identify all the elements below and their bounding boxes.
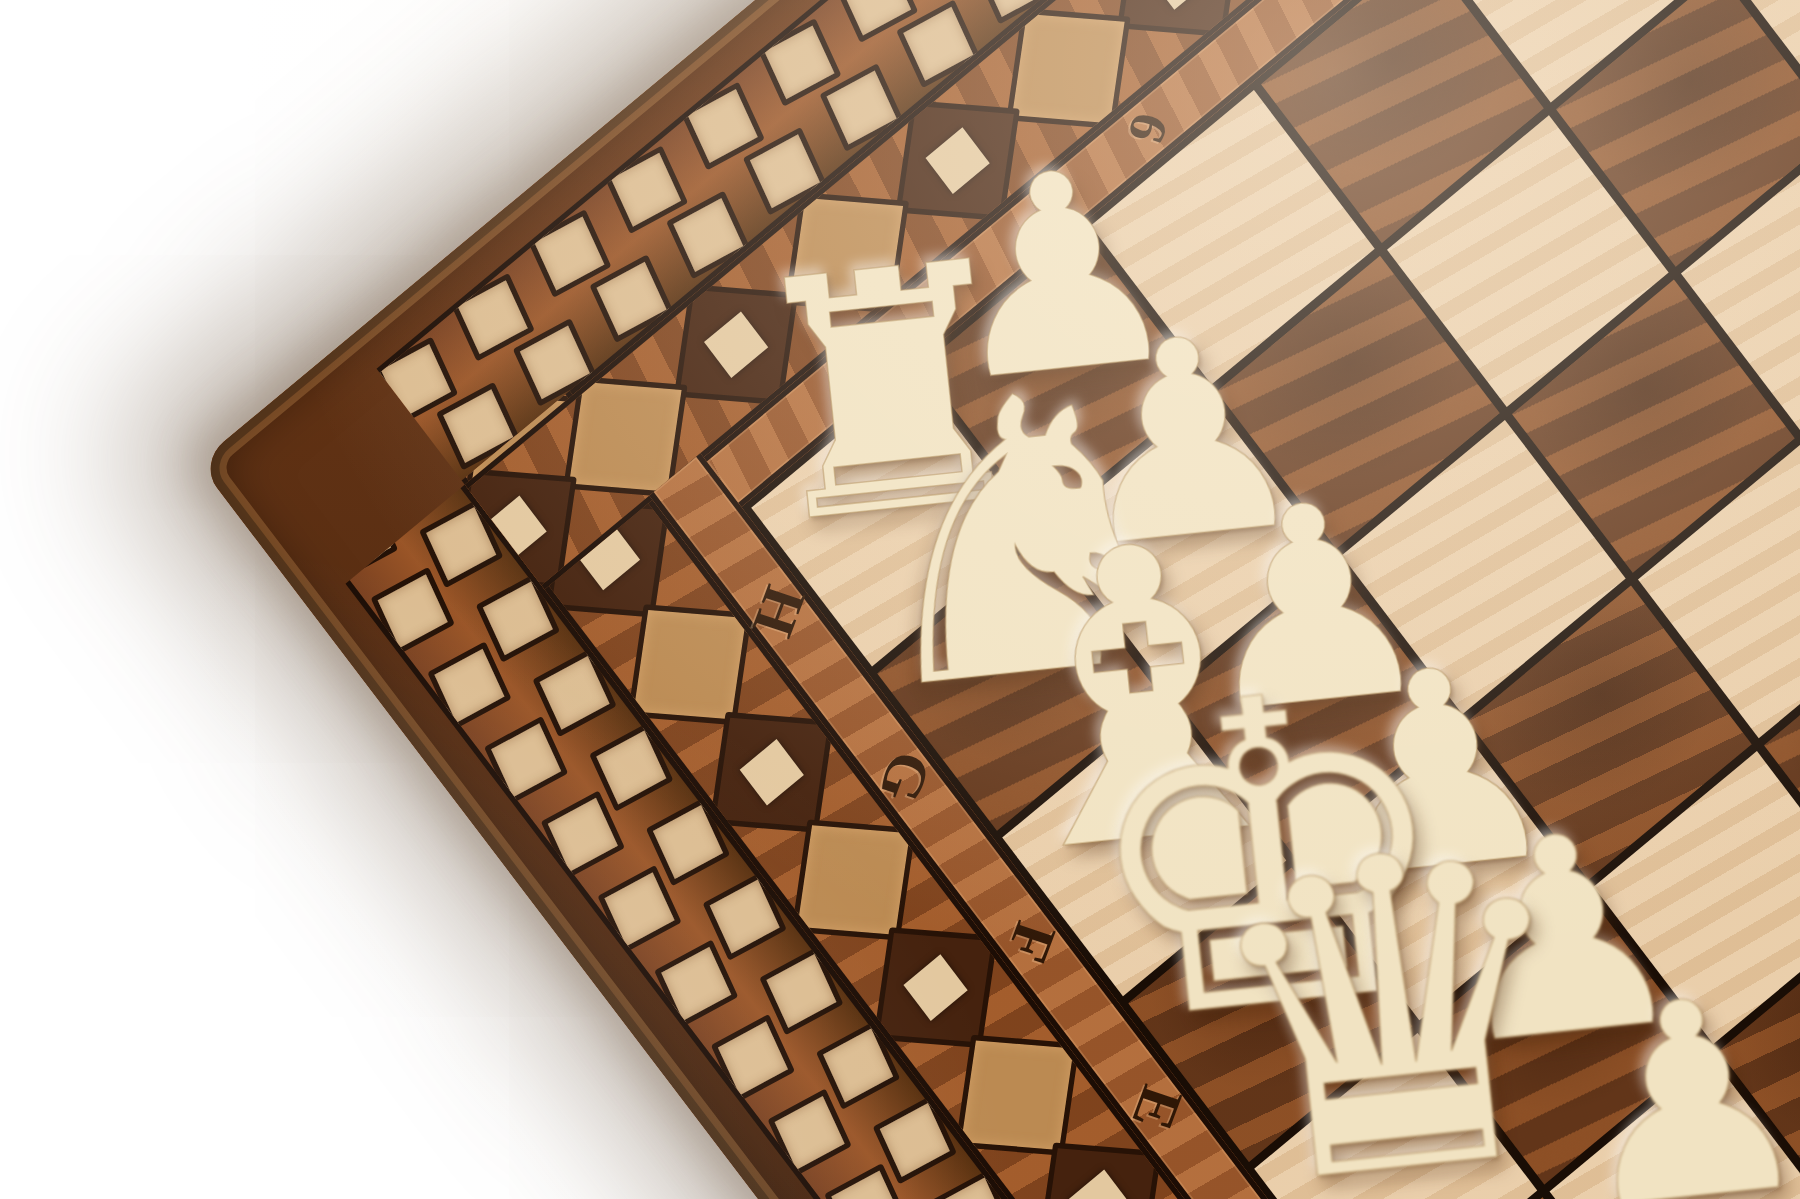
border-diamond-light <box>955 1035 1080 1156</box>
border-diamond-light <box>1006 8 1131 129</box>
border-diamond-light <box>628 604 753 725</box>
border-diamond-dark <box>895 100 1020 221</box>
border-diamond-light <box>791 819 916 940</box>
border-diamond-light <box>785 192 910 313</box>
photo-scene: HGFE6 ♟♜♟♞♟♝♟♚♟♛♟ <box>0 0 1800 1199</box>
border-diamond-dark <box>710 712 835 833</box>
border-diamond-dark <box>674 284 799 405</box>
chess-board: HGFE6 <box>198 0 1800 1199</box>
border-diamond-dark <box>1037 1142 1162 1199</box>
border-diamond-dark <box>873 927 998 1048</box>
